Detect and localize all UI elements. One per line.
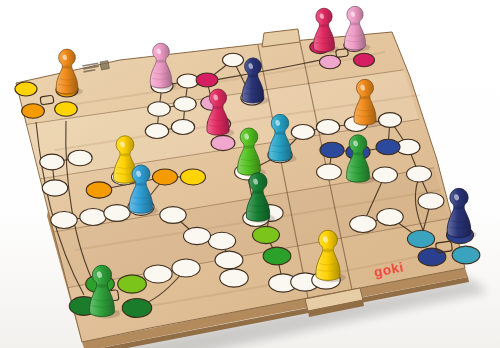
track-circle-colored[interactable] — [86, 182, 111, 198]
home-circle-pink[interactable] — [353, 53, 374, 66]
track-circle[interactable] — [220, 269, 248, 287]
track-circle-colored[interactable] — [253, 226, 280, 243]
track-circle[interactable] — [144, 265, 172, 283]
track-circle[interactable] — [291, 124, 314, 139]
track-circle[interactable] — [160, 207, 186, 224]
home-circle-yellow[interactable] — [22, 104, 45, 119]
track-circle[interactable] — [42, 180, 67, 196]
track-circle[interactable] — [172, 259, 200, 277]
home-circle-blue[interactable] — [407, 230, 434, 247]
track-circle[interactable] — [68, 150, 92, 166]
home-circle-yellow[interactable] — [55, 102, 78, 117]
pawn-dark-blue[interactable] — [447, 188, 476, 239]
track-circle[interactable] — [183, 227, 210, 244]
track-circle[interactable] — [378, 113, 401, 128]
track-circle[interactable] — [171, 120, 194, 135]
track-circle[interactable] — [104, 205, 130, 222]
pawn-dark-pink[interactable] — [313, 8, 339, 53]
track-circle-colored[interactable] — [211, 135, 235, 150]
track-circle[interactable] — [350, 215, 377, 232]
home-circle-blue[interactable] — [452, 246, 480, 264]
track-circle-colored[interactable] — [152, 169, 177, 185]
home-circle-green[interactable] — [118, 275, 147, 293]
track-circle[interactable] — [145, 123, 168, 138]
track-circle[interactable] — [377, 209, 403, 226]
track-circle[interactable] — [177, 74, 199, 88]
pawn-light-pink[interactable] — [344, 6, 370, 51]
home-circle-yellow[interactable] — [15, 82, 37, 96]
track-circle-colored[interactable] — [263, 247, 291, 265]
track-circle[interactable] — [174, 97, 197, 111]
track-circle[interactable] — [215, 251, 243, 269]
track-circle[interactable] — [316, 120, 339, 135]
home-circle-green[interactable] — [122, 299, 151, 318]
track-circle-colored[interactable] — [196, 73, 218, 87]
track-circle[interactable] — [208, 232, 235, 249]
track-circle[interactable] — [317, 164, 342, 180]
track-circle[interactable] — [80, 209, 106, 226]
track-circle[interactable] — [51, 212, 77, 229]
track-circle[interactable] — [418, 193, 444, 210]
ludo-board: goki — [0, 0, 500, 348]
home-circle-blue[interactable] — [418, 248, 446, 266]
track-circle-colored[interactable] — [376, 139, 400, 154]
board-photo: goki — [0, 0, 500, 348]
track-circle[interactable] — [148, 102, 171, 117]
track-circle-colored[interactable] — [180, 169, 205, 185]
track-circle[interactable] — [40, 154, 65, 170]
track-circle[interactable] — [407, 166, 432, 182]
track-circle-colored[interactable] — [320, 142, 344, 157]
track-circle[interactable] — [373, 167, 398, 183]
track-circle[interactable] — [222, 53, 243, 66]
